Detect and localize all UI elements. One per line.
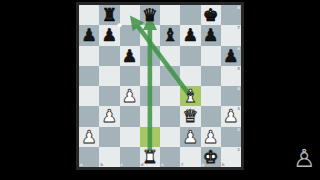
piece-black-pawn-b7[interactable]: ♟ — [99, 25, 119, 45]
piece-black-pawn-a7[interactable]: ♟ — [79, 25, 99, 45]
pawn-mascot-icon: ♙ — [293, 144, 315, 174]
piece-white-pawn-g2[interactable]: ♟ — [201, 127, 221, 147]
piece-black-bishop-e7[interactable]: ♝ — [160, 25, 180, 45]
piece-layer: ♜♛♚♟♟♝♟♟♟♟♟♝♟♛♟♟♟♟♜♚ — [79, 5, 241, 167]
piece-black-pawn-g7[interactable]: ♟ — [201, 25, 221, 45]
piece-black-king-g8[interactable]: ♚ — [201, 5, 221, 25]
piece-black-pawn-h6[interactable]: ♟ — [221, 46, 241, 66]
piece-black-rook-b8[interactable]: ♜ — [99, 5, 119, 25]
piece-white-pawn-a2[interactable]: ♟ — [79, 127, 99, 147]
piece-white-rook-d1[interactable]: ♜ — [140, 147, 160, 167]
letterbox-background: 8765432abcdefgh1 ♜♛♚♟♟♝♟♟♟♟♟♝♟♛♟♟♟♟♜♚ ♙ — [0, 0, 320, 180]
piece-white-king-g1[interactable]: ♚ — [201, 147, 221, 167]
piece-black-queen-d8[interactable]: ♛ — [140, 5, 160, 25]
piece-white-queen-f3[interactable]: ♛ — [180, 106, 200, 126]
piece-white-pawn-c4[interactable]: ♟ — [120, 86, 140, 106]
piece-black-pawn-c6[interactable]: ♟ — [120, 46, 140, 66]
piece-white-pawn-f2[interactable]: ♟ — [180, 127, 200, 147]
piece-black-pawn-f7[interactable]: ♟ — [180, 25, 200, 45]
piece-white-bishop-f4[interactable]: ♝ — [180, 86, 200, 106]
chess-board[interactable]: 8765432abcdefgh1 ♜♛♚♟♟♝♟♟♟♟♟♝♟♛♟♟♟♟♜♚ — [76, 2, 244, 170]
piece-white-pawn-b3[interactable]: ♟ — [99, 106, 119, 126]
piece-white-pawn-h3[interactable]: ♟ — [221, 106, 241, 126]
